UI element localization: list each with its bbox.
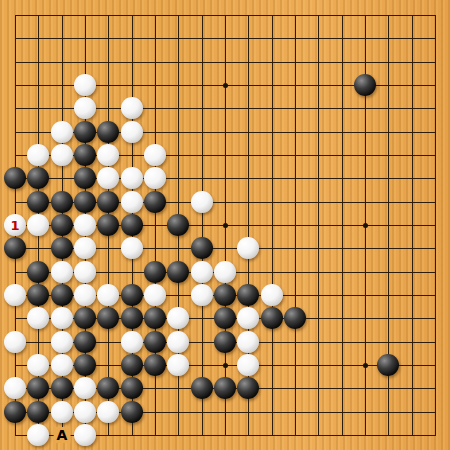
white-stone-C8 [51, 261, 73, 283]
white-stone-F12 [121, 167, 143, 189]
black-stone-K7 [214, 284, 236, 306]
white-stone-C4 [51, 354, 73, 376]
white-stone-D16 [74, 74, 96, 96]
black-stone-K5 [214, 331, 236, 353]
white-stone-A10: 1 [4, 214, 26, 236]
white-stone-F14 [121, 121, 143, 143]
black-stone-D5 [74, 331, 96, 353]
white-stone-H4 [167, 354, 189, 376]
black-stone-G8 [144, 261, 166, 283]
black-stone-H8 [167, 261, 189, 283]
black-stone-E6 [97, 307, 119, 329]
white-stone-F11 [121, 191, 143, 213]
black-stone-C7 [51, 284, 73, 306]
white-stone-D2 [74, 401, 96, 423]
white-stone-K8 [214, 261, 236, 283]
white-stone-F5 [121, 331, 143, 353]
white-stone-D8 [74, 261, 96, 283]
white-stone-G12 [144, 167, 166, 189]
white-stone-D9 [74, 237, 96, 259]
black-stone-A9 [4, 237, 26, 259]
black-stone-M6 [261, 307, 283, 329]
black-stone-E14 [97, 121, 119, 143]
black-stone-F4 [121, 354, 143, 376]
white-stone-L9 [237, 237, 259, 259]
screenshot: 1A [0, 0, 450, 450]
black-stone-D6 [74, 307, 96, 329]
black-stone-B12 [27, 167, 49, 189]
white-stone-J7 [191, 284, 213, 306]
black-stone-F3 [121, 377, 143, 399]
black-stone-Q16 [354, 74, 376, 96]
black-stone-F2 [121, 401, 143, 423]
black-stone-D4 [74, 354, 96, 376]
black-stone-L7 [237, 284, 259, 306]
white-stone-B6 [27, 307, 49, 329]
black-stone-N6 [284, 307, 306, 329]
black-stone-C10 [51, 214, 73, 236]
star-point [223, 223, 228, 228]
black-stone-J9 [191, 237, 213, 259]
white-stone-G7 [144, 284, 166, 306]
white-stone-J11 [191, 191, 213, 213]
black-stone-B7 [27, 284, 49, 306]
star-point [363, 363, 368, 368]
white-stone-D10 [74, 214, 96, 236]
white-stone-D1 [74, 424, 96, 446]
black-stone-F10 [121, 214, 143, 236]
black-stone-G5 [144, 331, 166, 353]
black-stone-G6 [144, 307, 166, 329]
black-stone-C3 [51, 377, 73, 399]
black-stone-D12 [74, 167, 96, 189]
white-stone-D15 [74, 97, 96, 119]
white-stone-H5 [167, 331, 189, 353]
point-label-A: A [54, 427, 71, 443]
grid-line-vertical [412, 15, 413, 436]
black-stone-E10 [97, 214, 119, 236]
white-stone-D3 [74, 377, 96, 399]
star-point [223, 363, 228, 368]
white-stone-C6 [51, 307, 73, 329]
white-stone-E7 [97, 284, 119, 306]
black-stone-G11 [144, 191, 166, 213]
black-stone-L3 [237, 377, 259, 399]
grid-line-vertical [318, 15, 319, 436]
star-point [223, 83, 228, 88]
white-stone-L4 [237, 354, 259, 376]
white-stone-G13 [144, 144, 166, 166]
white-stone-E12 [97, 167, 119, 189]
white-stone-A5 [4, 331, 26, 353]
black-stone-C9 [51, 237, 73, 259]
star-point [363, 223, 368, 228]
black-stone-K3 [214, 377, 236, 399]
white-stone-L5 [237, 331, 259, 353]
black-stone-G4 [144, 354, 166, 376]
black-stone-K6 [214, 307, 236, 329]
white-stone-B1 [27, 424, 49, 446]
white-stone-F9 [121, 237, 143, 259]
white-stone-B13 [27, 144, 49, 166]
black-stone-B11 [27, 191, 49, 213]
black-stone-D11 [74, 191, 96, 213]
white-stone-F15 [121, 97, 143, 119]
black-stone-E3 [97, 377, 119, 399]
white-stone-E13 [97, 144, 119, 166]
black-stone-E11 [97, 191, 119, 213]
white-stone-M7 [261, 284, 283, 306]
grid-line-vertical [272, 15, 273, 436]
white-stone-D7 [74, 284, 96, 306]
black-stone-F6 [121, 307, 143, 329]
white-stone-C14 [51, 121, 73, 143]
move-number-label: 1 [10, 219, 19, 232]
white-stone-E2 [97, 401, 119, 423]
black-stone-F7 [121, 284, 143, 306]
black-stone-D14 [74, 121, 96, 143]
black-stone-C11 [51, 191, 73, 213]
black-stone-A12 [4, 167, 26, 189]
white-stone-J8 [191, 261, 213, 283]
white-stone-B10 [27, 214, 49, 236]
white-stone-A3 [4, 377, 26, 399]
black-stone-B8 [27, 261, 49, 283]
black-stone-A2 [4, 401, 26, 423]
grid-line-vertical [295, 15, 296, 436]
white-stone-B4 [27, 354, 49, 376]
go-board[interactable]: 1A [0, 0, 450, 450]
grid-line-vertical [342, 15, 343, 436]
black-stone-D13 [74, 144, 96, 166]
black-stone-B2 [27, 401, 49, 423]
white-stone-C13 [51, 144, 73, 166]
black-stone-B3 [27, 377, 49, 399]
white-stone-C5 [51, 331, 73, 353]
white-stone-L6 [237, 307, 259, 329]
white-stone-H6 [167, 307, 189, 329]
black-stone-H10 [167, 214, 189, 236]
black-stone-J3 [191, 377, 213, 399]
white-stone-C2 [51, 401, 73, 423]
black-stone-R4 [377, 354, 399, 376]
grid-line-vertical [435, 15, 436, 436]
white-stone-A7 [4, 284, 26, 306]
